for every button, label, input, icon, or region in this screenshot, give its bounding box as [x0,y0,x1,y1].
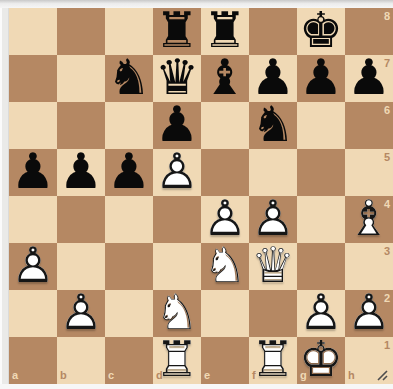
piece-black-rook[interactable]: ♜ [201,8,249,55]
piece-black-queen[interactable]: ♛ [153,55,201,102]
square-f5[interactable] [249,149,297,196]
piece-white-queen[interactable]: ♛♕ [249,243,297,290]
piece-black-knight[interactable]: ♞ [249,102,297,149]
square-h7[interactable]: ♟7 [345,55,393,102]
square-d5[interactable]: ♟♙ [153,149,201,196]
square-a7[interactable] [9,55,57,102]
square-h3[interactable]: 3 [345,243,393,290]
square-a3[interactable]: ♟♙ [9,243,57,290]
square-g6[interactable] [297,102,345,149]
square-c1[interactable]: c [105,337,153,384]
piece-black-pawn[interactable]: ♟ [297,55,345,102]
chess-board[interactable]: ♜♜♚8♞♛♝♟♟♟7♟♞6♟♟♟♟♙5♟♙♟♙♝♗4♟♙♞♘♛♕3♟♙♞♘♟♙… [9,8,393,384]
square-d4[interactable] [153,196,201,243]
chess-app-window: ♜♜♚8♞♛♝♟♟♟7♟♞6♟♟♟♟♙5♟♙♟♙♝♗4♟♙♞♘♛♕3♟♙♞♘♟♙… [0,0,393,389]
piece-outline-glyph: ♕ [249,243,297,290]
piece-outline-glyph: ♙ [9,243,57,290]
square-h4[interactable]: ♝♗4 [345,196,393,243]
resize-grip-icon[interactable] [374,367,388,381]
square-b3[interactable] [57,243,105,290]
piece-white-pawn[interactable]: ♟♙ [297,290,345,337]
square-c5[interactable]: ♟ [105,149,153,196]
square-a8[interactable] [9,8,57,55]
square-f8[interactable] [249,8,297,55]
square-e7[interactable]: ♝ [201,55,249,102]
square-g1[interactable]: ♚♔g [297,337,345,384]
piece-glyph: ♟ [105,149,153,196]
file-label-e: e [204,370,210,381]
square-g5[interactable] [297,149,345,196]
square-a6[interactable] [9,102,57,149]
square-e4[interactable]: ♟♙ [201,196,249,243]
square-h8[interactable]: 8 [345,8,393,55]
square-h2[interactable]: ♟♙2 [345,290,393,337]
square-c2[interactable] [105,290,153,337]
square-b5[interactable]: ♟ [57,149,105,196]
piece-glyph: ♜ [201,8,249,55]
piece-outline-glyph: ♙ [153,149,201,196]
piece-outline-glyph: ♖ [249,337,297,384]
file-label-a: a [12,370,18,381]
square-a1[interactable]: a [9,337,57,384]
piece-white-rook[interactable]: ♜♖ [249,337,297,384]
square-b7[interactable] [57,55,105,102]
square-e1[interactable]: e [201,337,249,384]
square-c3[interactable] [105,243,153,290]
piece-black-pawn[interactable]: ♟ [153,102,201,149]
square-g8[interactable]: ♚ [297,8,345,55]
square-g3[interactable] [297,243,345,290]
piece-glyph: ♟ [249,55,297,102]
square-a4[interactable] [9,196,57,243]
piece-white-pawn[interactable]: ♟♙ [9,243,57,290]
piece-black-pawn[interactable]: ♟ [105,149,153,196]
piece-glyph: ♞ [105,55,153,102]
square-f2[interactable] [249,290,297,337]
square-d7[interactable]: ♛ [153,55,201,102]
window-left-scrollbar-edge [0,8,9,384]
piece-white-king[interactable]: ♚♔ [297,337,345,384]
square-c4[interactable] [105,196,153,243]
square-b1[interactable]: b [57,337,105,384]
square-d1[interactable]: ♜♖d [153,337,201,384]
piece-white-knight[interactable]: ♞♘ [153,290,201,337]
piece-white-rook[interactable]: ♜♖ [153,337,201,384]
piece-white-pawn[interactable]: ♟♙ [153,149,201,196]
piece-white-pawn[interactable]: ♟♙ [345,290,393,337]
square-d8[interactable]: ♜ [153,8,201,55]
piece-white-knight[interactable]: ♞♘ [201,243,249,290]
piece-outline-glyph: ♙ [297,290,345,337]
piece-glyph: ♟ [153,102,201,149]
square-b4[interactable] [57,196,105,243]
square-b2[interactable]: ♟♙ [57,290,105,337]
piece-white-bishop[interactable]: ♝♗ [345,196,393,243]
square-h5[interactable]: 5 [345,149,393,196]
rank-label-5: 5 [384,152,390,163]
square-c7[interactable]: ♞ [105,55,153,102]
file-label-b: b [60,370,67,381]
window-bottom-edge [0,384,393,389]
piece-white-pawn[interactable]: ♟♙ [201,196,249,243]
rank-label-6: 6 [384,105,390,116]
piece-black-king[interactable]: ♚ [297,8,345,55]
piece-white-pawn[interactable]: ♟♙ [57,290,105,337]
piece-glyph: ♟ [57,149,105,196]
square-d3[interactable] [153,243,201,290]
piece-black-rook[interactable]: ♜ [153,8,201,55]
piece-glyph: ♟ [297,55,345,102]
square-f7[interactable]: ♟ [249,55,297,102]
square-c8[interactable] [105,8,153,55]
piece-outline-glyph: ♙ [57,290,105,337]
piece-outline-glyph: ♙ [345,290,393,337]
square-g7[interactable]: ♟ [297,55,345,102]
piece-black-knight[interactable]: ♞ [105,55,153,102]
piece-glyph: ♟ [345,55,393,102]
piece-outline-glyph: ♙ [201,196,249,243]
square-f1[interactable]: ♜♖f [249,337,297,384]
square-f3[interactable]: ♛♕ [249,243,297,290]
rank-label-1: 1 [384,340,390,351]
square-f4[interactable]: ♟♙ [249,196,297,243]
piece-black-pawn[interactable]: ♟ [9,149,57,196]
square-a2[interactable] [9,290,57,337]
piece-black-bishop[interactable]: ♝ [201,55,249,102]
piece-black-pawn[interactable]: ♟ [57,149,105,196]
piece-glyph: ♜ [153,8,201,55]
file-label-h: h [348,370,355,381]
piece-outline-glyph: ♖ [153,337,201,384]
square-d6[interactable]: ♟ [153,102,201,149]
rank-label-3: 3 [384,246,390,257]
piece-white-pawn[interactable]: ♟♙ [249,196,297,243]
square-d2[interactable]: ♞♘ [153,290,201,337]
square-g4[interactable] [297,196,345,243]
square-c6[interactable] [105,102,153,149]
piece-glyph: ♛ [153,55,201,102]
piece-glyph: ♝ [201,55,249,102]
piece-outline-glyph: ♘ [201,243,249,290]
file-label-c: c [108,370,114,381]
square-g2[interactable]: ♟♙ [297,290,345,337]
piece-outline-glyph: ♘ [153,290,201,337]
square-e8[interactable]: ♜ [201,8,249,55]
piece-outline-glyph: ♗ [345,196,393,243]
piece-glyph: ♟ [9,149,57,196]
piece-black-pawn[interactable]: ♟ [249,55,297,102]
piece-glyph: ♞ [249,102,297,149]
rank-label-8: 8 [384,11,390,22]
square-h6[interactable]: 6 [345,102,393,149]
piece-outline-glyph: ♔ [297,337,345,384]
square-e2[interactable] [201,290,249,337]
piece-outline-glyph: ♙ [249,196,297,243]
square-b8[interactable] [57,8,105,55]
square-a5[interactable]: ♟ [9,149,57,196]
square-b6[interactable] [57,102,105,149]
piece-black-pawn[interactable]: ♟ [345,55,393,102]
square-e6[interactable] [201,102,249,149]
square-e5[interactable] [201,149,249,196]
square-f6[interactable]: ♞ [249,102,297,149]
square-e3[interactable]: ♞♘ [201,243,249,290]
piece-glyph: ♚ [297,8,345,55]
